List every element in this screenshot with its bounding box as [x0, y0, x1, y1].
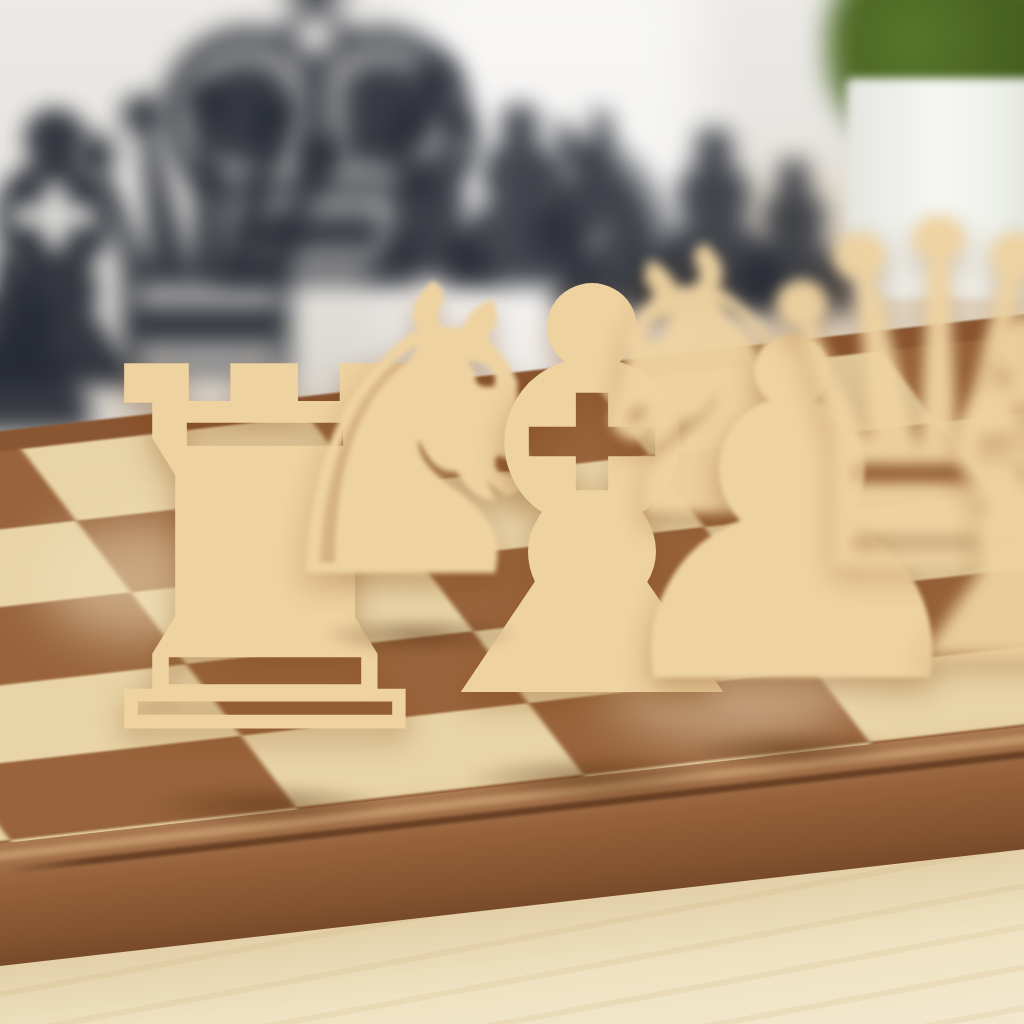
white-knight-shadow	[320, 615, 520, 655]
white-pieces: ♜♞♝♞♟♛♝	[0, 0, 1024, 1024]
white-bishop-shadow	[462, 753, 722, 803]
chessboard-photo-scene: ♟♝♛♚♝♟♞♟♟ ♜♞♝♞♟♛♝	[0, 0, 1024, 1024]
white-bishop[interactable]: ♝	[821, 260, 1024, 730]
white-rook-shadow	[140, 781, 390, 829]
white-pawn-shadow	[687, 729, 897, 771]
